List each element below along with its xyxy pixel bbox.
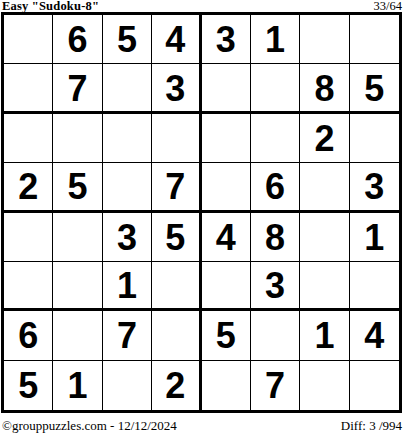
- cell-r1c8[interactable]: [350, 15, 399, 64]
- cell-r6c6[interactable]: 3: [251, 262, 300, 311]
- cell-r4c2[interactable]: 5: [53, 163, 102, 212]
- cell-r4c5[interactable]: [202, 163, 251, 212]
- cell-r2c4[interactable]: 3: [152, 64, 201, 113]
- cell-r7c7[interactable]: 1: [300, 311, 349, 360]
- cell-r5c6[interactable]: 8: [251, 213, 300, 262]
- cell-r1c3[interactable]: 5: [103, 15, 152, 64]
- cell-r1c7[interactable]: [300, 15, 349, 64]
- cell-r3c3[interactable]: [103, 114, 152, 163]
- cell-r1c1[interactable]: [4, 15, 53, 64]
- cell-r8c3[interactable]: [103, 361, 152, 410]
- cell-r5c7[interactable]: [300, 213, 349, 262]
- cell-r3c7[interactable]: 2: [300, 114, 349, 163]
- cell-r7c2[interactable]: [53, 311, 102, 360]
- cell-r8c1[interactable]: 5: [4, 361, 53, 410]
- cell-r3c4[interactable]: [152, 114, 201, 163]
- cell-r5c2[interactable]: [53, 213, 102, 262]
- cell-r8c8[interactable]: [350, 361, 399, 410]
- cell-r4c8[interactable]: 3: [350, 163, 399, 212]
- cell-r2c8[interactable]: 5: [350, 64, 399, 113]
- cell-r4c1[interactable]: 2: [4, 163, 53, 212]
- cell-r3c8[interactable]: [350, 114, 399, 163]
- cell-r1c5[interactable]: 3: [202, 15, 251, 64]
- copyright-text: ©grouppuzzles.com - 12/12/2024: [2, 418, 177, 434]
- cell-r6c2[interactable]: [53, 262, 102, 311]
- cell-r8c4[interactable]: 2: [152, 361, 201, 410]
- cell-r4c3[interactable]: [103, 163, 152, 212]
- cell-r6c3[interactable]: 1: [103, 262, 152, 311]
- cell-r2c7[interactable]: 8: [300, 64, 349, 113]
- cell-r1c4[interactable]: 4: [152, 15, 201, 64]
- cell-r5c8[interactable]: 1: [350, 213, 399, 262]
- cell-r3c2[interactable]: [53, 114, 102, 163]
- cell-r6c7[interactable]: [300, 262, 349, 311]
- cell-r6c8[interactable]: [350, 262, 399, 311]
- cell-r8c5[interactable]: [202, 361, 251, 410]
- cell-r5c1[interactable]: [4, 213, 53, 262]
- cell-r2c3[interactable]: [103, 64, 152, 113]
- cell-r7c4[interactable]: [152, 311, 201, 360]
- cell-r4c7[interactable]: [300, 163, 349, 212]
- cell-r8c7[interactable]: [300, 361, 349, 410]
- cell-r7c5[interactable]: 5: [202, 311, 251, 360]
- cell-r8c6[interactable]: 7: [251, 361, 300, 410]
- cell-r4c6[interactable]: 6: [251, 163, 300, 212]
- cell-r7c1[interactable]: 6: [4, 311, 53, 360]
- cell-r1c2[interactable]: 6: [53, 15, 102, 64]
- cell-r7c8[interactable]: 4: [350, 311, 399, 360]
- cell-r7c6[interactable]: [251, 311, 300, 360]
- sudoku-grid: 6543173852257633548113675145127: [1, 12, 402, 413]
- cell-r5c5[interactable]: 4: [202, 213, 251, 262]
- cell-r3c1[interactable]: [4, 114, 53, 163]
- cell-r6c5[interactable]: [202, 262, 251, 311]
- cell-r6c4[interactable]: [152, 262, 201, 311]
- cell-r5c3[interactable]: 3: [103, 213, 152, 262]
- cell-r2c2[interactable]: 7: [53, 64, 102, 113]
- cell-r3c5[interactable]: [202, 114, 251, 163]
- cell-r2c6[interactable]: [251, 64, 300, 113]
- cell-r8c2[interactable]: 1: [53, 361, 102, 410]
- cell-r5c4[interactable]: 5: [152, 213, 201, 262]
- puzzle-page: Easy "Sudoku-8" 33/64 654317385225763354…: [0, 0, 403, 437]
- cell-r1c6[interactable]: 1: [251, 15, 300, 64]
- cell-r2c1[interactable]: [4, 64, 53, 113]
- cell-r6c1[interactable]: [4, 262, 53, 311]
- cell-r7c3[interactable]: 7: [103, 311, 152, 360]
- cell-r3c6[interactable]: [251, 114, 300, 163]
- cell-r2c5[interactable]: [202, 64, 251, 113]
- difficulty-rating: Diff: 3 /994: [341, 418, 402, 434]
- cell-r4c4[interactable]: 7: [152, 163, 201, 212]
